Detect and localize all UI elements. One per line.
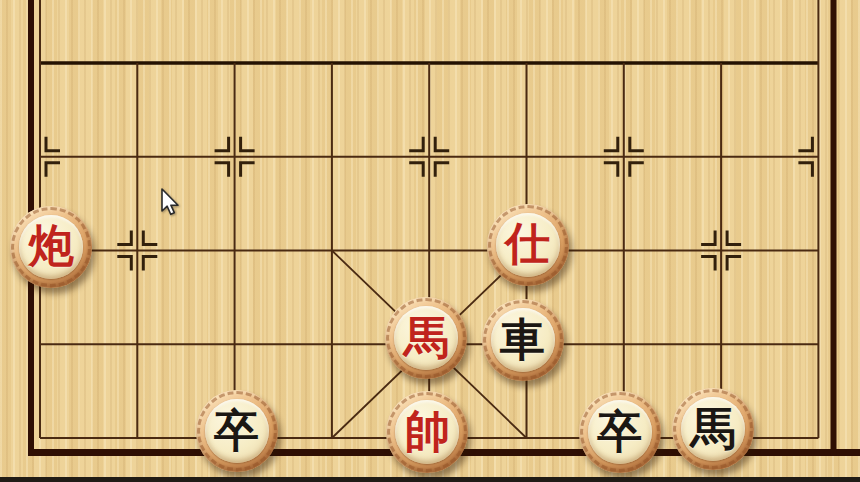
piece-character: 卒 bbox=[579, 391, 661, 473]
xiangqi-board[interactable]: 炮仕馬車卒帥卒馬 bbox=[0, 0, 860, 482]
piece-black-soldier-2[interactable]: 卒 bbox=[579, 391, 661, 473]
piece-black-soldier-1[interactable]: 卒 bbox=[196, 390, 278, 472]
piece-red-general[interactable]: 帥 bbox=[386, 391, 468, 473]
piece-character: 仕 bbox=[487, 204, 569, 286]
piece-black-horse[interactable]: 馬 bbox=[672, 388, 754, 470]
piece-character: 馬 bbox=[672, 388, 754, 470]
mouse-cursor-icon bbox=[160, 188, 184, 218]
piece-character: 帥 bbox=[386, 391, 468, 473]
piece-character: 車 bbox=[482, 299, 564, 381]
piece-black-chariot[interactable]: 車 bbox=[482, 299, 564, 381]
piece-character: 炮 bbox=[10, 206, 92, 288]
piece-red-advisor[interactable]: 仕 bbox=[487, 204, 569, 286]
piece-red-horse[interactable]: 馬 bbox=[385, 297, 467, 379]
piece-character: 卒 bbox=[196, 390, 278, 472]
piece-character: 馬 bbox=[385, 297, 467, 379]
screen-bottom-edge bbox=[0, 477, 860, 482]
piece-red-cannon[interactable]: 炮 bbox=[10, 206, 92, 288]
